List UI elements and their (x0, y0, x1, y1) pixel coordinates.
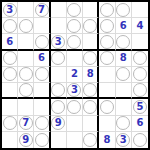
odd-marker-circle (116, 3, 130, 17)
odd-marker-circle (35, 67, 49, 81)
given-digit: 6 (6, 37, 13, 47)
cell-r6c6[interactable] (83, 83, 99, 99)
given-digit: 6 (38, 53, 45, 63)
given-digit: 9 (22, 135, 29, 145)
given-digit: 7 (22, 118, 29, 128)
cell-r1c5[interactable] (67, 2, 83, 18)
cell-r4c6[interactable] (83, 51, 99, 67)
cell-r1c9[interactable] (132, 2, 148, 18)
given-digit: 8 (103, 135, 110, 145)
cell-r5c4[interactable] (51, 67, 67, 83)
cell-r1c7[interactable] (99, 2, 115, 18)
cell-r6c7[interactable] (99, 83, 115, 99)
odd-marker-circle (35, 116, 49, 130)
cell-r1c8[interactable] (116, 2, 132, 18)
cell-r5c8[interactable] (116, 67, 132, 83)
cell-r6c4[interactable] (51, 83, 67, 99)
cell-r4c2[interactable] (18, 51, 34, 67)
cell-r2c5[interactable] (67, 18, 83, 34)
given-digit: 8 (120, 53, 127, 63)
cell-r7c3[interactable] (34, 99, 50, 115)
odd-marker-circle (67, 3, 81, 17)
given-digit: 3 (6, 5, 13, 15)
odd-marker-circle (133, 133, 147, 147)
cell-r7c2[interactable] (18, 99, 34, 115)
cell-r3c9[interactable] (132, 34, 148, 50)
given-digit: 3 (120, 135, 127, 145)
odd-marker-circle (116, 67, 130, 81)
cell-r3c6[interactable] (83, 34, 99, 50)
cell-r8c9[interactable]: 6 (132, 116, 148, 132)
odd-marker-circle (133, 83, 147, 97)
cell-r7c5[interactable] (67, 99, 83, 115)
odd-marker-circle (116, 116, 130, 130)
odd-marker-circle (3, 51, 17, 65)
cell-r8c5[interactable] (67, 116, 83, 132)
cell-r2c9[interactable]: 4 (132, 18, 148, 34)
cell-r9c8[interactable]: 3 (116, 132, 132, 148)
cell-r7c4[interactable] (51, 99, 67, 115)
given-digit: 7 (38, 5, 45, 15)
cell-r7c8[interactable] (116, 99, 132, 115)
cell-r1c1[interactable]: 3 (2, 2, 18, 18)
odd-marker-circle (67, 19, 81, 33)
odd-marker-circle (35, 133, 49, 147)
cell-r3c2[interactable] (18, 34, 34, 50)
cell-r5c6[interactable]: 8 (83, 67, 99, 83)
odd-marker-circle (100, 51, 114, 65)
cell-r9c4[interactable] (51, 132, 67, 148)
cell-r3c4[interactable]: 3 (51, 34, 67, 50)
cell-r8c3[interactable] (34, 116, 50, 132)
cell-r1c3[interactable]: 7 (34, 2, 50, 18)
cell-r3c1[interactable]: 6 (2, 34, 18, 50)
cell-r5c1[interactable] (2, 67, 18, 83)
cell-r8c4[interactable]: 9 (51, 116, 67, 132)
cell-r2c6[interactable] (83, 18, 99, 34)
odd-marker-circle (3, 19, 17, 33)
odd-marker-circle (19, 83, 33, 97)
cell-r9c3[interactable] (34, 132, 50, 148)
cell-r2c2[interactable] (18, 18, 34, 34)
given-digit: 9 (55, 118, 62, 128)
sudoku-board: 376463682835796983 (0, 0, 150, 150)
cell-r2c1[interactable] (2, 18, 18, 34)
cell-r1c4[interactable] (51, 2, 67, 18)
cell-r5c2[interactable] (18, 67, 34, 83)
cell-r1c2[interactable] (18, 2, 34, 18)
odd-marker-circle (67, 100, 81, 114)
odd-marker-circle (116, 35, 130, 49)
cell-r6c5[interactable]: 3 (67, 83, 83, 99)
cell-r3c8[interactable] (116, 34, 132, 50)
cell-r4c7[interactable] (99, 51, 115, 67)
cell-r3c5[interactable] (67, 34, 83, 50)
odd-marker-circle (51, 83, 65, 97)
cell-r7c7[interactable] (99, 99, 115, 115)
cell-r6c9[interactable] (132, 83, 148, 99)
odd-marker-circle (3, 116, 17, 130)
cell-r5c7[interactable] (99, 67, 115, 83)
cell-r8c2[interactable]: 7 (18, 116, 34, 132)
odd-marker-circle (19, 19, 33, 33)
cell-r4c1[interactable] (2, 51, 18, 67)
cell-r4c3[interactable]: 6 (34, 51, 50, 67)
cell-r8c1[interactable] (2, 116, 18, 132)
odd-marker-circle (133, 51, 147, 65)
odd-marker-circle (83, 51, 97, 65)
given-digit: 6 (136, 118, 143, 128)
cell-r9c5[interactable] (67, 132, 83, 148)
cell-r5c5[interactable]: 2 (67, 67, 83, 83)
odd-marker-circle (133, 67, 147, 81)
cell-r1c6[interactable] (83, 2, 99, 18)
cell-r4c9[interactable] (132, 51, 148, 67)
cell-r9c6[interactable] (83, 132, 99, 148)
cell-r9c1[interactable] (2, 132, 18, 148)
cell-r6c8[interactable] (116, 83, 132, 99)
given-digit: 8 (87, 69, 94, 79)
odd-marker-circle (35, 35, 49, 49)
cell-r4c8[interactable]: 8 (116, 51, 132, 67)
odd-marker-circle (51, 100, 65, 114)
cell-r6c3[interactable] (34, 83, 50, 99)
odd-marker-circle (51, 51, 65, 65)
given-digit: 4 (136, 21, 143, 31)
cell-r5c3[interactable] (34, 67, 50, 83)
odd-marker-circle (67, 35, 81, 49)
odd-marker-circle (100, 19, 114, 33)
cell-r8c7[interactable] (99, 116, 115, 132)
odd-marker-circle (100, 100, 114, 114)
odd-marker-circle (83, 19, 97, 33)
cell-r2c3[interactable] (34, 18, 50, 34)
cell-r4c4[interactable] (51, 51, 67, 67)
cell-r4c5[interactable] (67, 51, 83, 67)
odd-marker-circle (83, 100, 97, 114)
odd-marker-circle (100, 3, 114, 17)
cell-r9c9[interactable] (132, 132, 148, 148)
cell-r2c7[interactable] (99, 18, 115, 34)
cell-r2c4[interactable] (51, 18, 67, 34)
given-digit: 3 (71, 85, 78, 95)
odd-marker-circle (19, 67, 33, 81)
given-digit: 3 (55, 37, 62, 47)
odd-marker-circle (100, 35, 114, 49)
odd-marker-circle (83, 133, 97, 147)
cell-r8c6[interactable] (83, 116, 99, 132)
cell-r6c2[interactable] (18, 83, 34, 99)
cell-r2c8[interactable]: 6 (116, 18, 132, 34)
cell-r6c1[interactable] (2, 83, 18, 99)
cell-r7c1[interactable] (2, 99, 18, 115)
given-digit: 5 (136, 102, 143, 112)
odd-marker-circle (83, 83, 97, 97)
cell-r5c9[interactable] (132, 67, 148, 83)
given-digit: 6 (120, 21, 127, 31)
cell-r3c3[interactable] (34, 34, 50, 50)
given-digit: 2 (71, 69, 78, 79)
cell-r3c7[interactable] (99, 34, 115, 50)
cell-r7c9[interactable]: 5 (132, 99, 148, 115)
cell-r9c7[interactable]: 8 (99, 132, 115, 148)
odd-marker-circle (3, 67, 17, 81)
cell-r7c6[interactable] (83, 99, 99, 115)
cell-r9c2[interactable]: 9 (18, 132, 34, 148)
cell-r8c8[interactable] (116, 116, 132, 132)
